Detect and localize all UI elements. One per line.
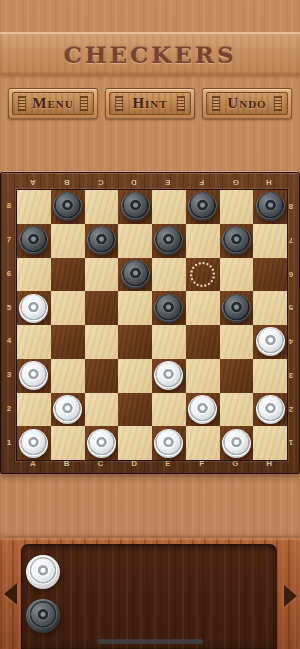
square-e7[interactable] — [152, 224, 186, 258]
square-f6[interactable] — [186, 258, 220, 292]
square-a4[interactable] — [17, 325, 51, 359]
square-a6[interactable] — [17, 258, 51, 292]
title-band: CHECKERS — [0, 33, 300, 75]
square-f2[interactable] — [186, 393, 220, 427]
tray-right-arrow-icon[interactable] — [284, 585, 297, 607]
file-label: G — [219, 175, 253, 189]
square-c6[interactable] — [85, 258, 119, 292]
rank-label: 4 — [3, 324, 15, 358]
undo-button-label: Undo — [227, 95, 266, 112]
square-a8[interactable] — [17, 190, 51, 224]
square-c8[interactable] — [85, 190, 119, 224]
rank-label: 8 — [3, 189, 15, 223]
dark-checker-f8[interactable] — [188, 192, 217, 221]
square-b8[interactable] — [51, 190, 85, 224]
square-c2[interactable] — [85, 393, 119, 427]
file-label: A — [16, 175, 50, 189]
rank-label: 6 — [3, 257, 15, 291]
square-a3[interactable] — [17, 359, 51, 393]
square-d8[interactable] — [118, 190, 152, 224]
file-label: B — [50, 175, 84, 189]
square-h5[interactable] — [253, 291, 287, 325]
app-title: CHECKERS — [63, 41, 236, 68]
square-b5[interactable] — [51, 291, 85, 325]
rank-label: 2 — [3, 392, 15, 426]
dark-checker-g5[interactable] — [222, 294, 251, 323]
home-indicator[interactable] — [97, 639, 203, 644]
menu-button-face: Menu — [12, 92, 94, 115]
square-d4[interactable] — [118, 325, 152, 359]
captured-pieces-tray — [0, 538, 300, 649]
rank-label: 7 — [3, 223, 15, 257]
dark-checker-g7[interactable] — [222, 226, 251, 255]
menu-button-label: Menu — [32, 95, 73, 112]
white-checker-g1[interactable] — [222, 429, 251, 458]
file-label: F — [185, 175, 219, 189]
square-f7[interactable] — [186, 224, 220, 258]
white-checker-h2[interactable] — [256, 395, 285, 424]
move-hint-circle[interactable] — [190, 262, 215, 287]
square-b4[interactable] — [51, 325, 85, 359]
square-f3[interactable] — [186, 359, 220, 393]
white-checker-h4[interactable] — [256, 327, 285, 356]
captured-dark-checker — [26, 599, 60, 633]
square-d3[interactable] — [118, 359, 152, 393]
white-checker-a5[interactable] — [19, 294, 48, 323]
square-c3[interactable] — [85, 359, 119, 393]
square-e4[interactable] — [152, 325, 186, 359]
captured-pieces-panel — [21, 544, 277, 649]
dark-checker-d8[interactable] — [121, 192, 150, 221]
checkers-app-screen: CHECKERS Menu Hint Undo ABCDEFGH ABCDEFG… — [0, 0, 300, 649]
square-a7[interactable] — [17, 224, 51, 258]
white-checker-c1[interactable] — [87, 429, 116, 458]
dark-checker-h8[interactable] — [256, 192, 285, 221]
dark-checker-c7[interactable] — [87, 226, 116, 255]
square-b6[interactable] — [51, 258, 85, 292]
undo-button[interactable]: Undo — [202, 88, 292, 119]
white-checker-b2[interactable] — [53, 395, 82, 424]
square-c4[interactable] — [85, 325, 119, 359]
captured-white-checker — [26, 555, 60, 589]
rank-label: 1 — [3, 425, 15, 459]
square-d5[interactable] — [118, 291, 152, 325]
square-g4[interactable] — [220, 325, 254, 359]
square-f1[interactable] — [186, 426, 220, 460]
board-squares — [16, 189, 288, 461]
hint-button-label: Hint — [132, 95, 167, 112]
square-c5[interactable] — [85, 291, 119, 325]
square-h7[interactable] — [253, 224, 287, 258]
file-label: H — [252, 175, 286, 189]
square-f8[interactable] — [186, 190, 220, 224]
dark-checker-d6[interactable] — [121, 260, 150, 289]
square-g1[interactable] — [220, 426, 254, 460]
square-h8[interactable] — [253, 190, 287, 224]
file-labels-top: ABCDEFGH — [16, 175, 286, 189]
white-checker-e1[interactable] — [154, 429, 183, 458]
file-label: E — [151, 175, 185, 189]
file-label: D — [117, 175, 151, 189]
square-e8[interactable] — [152, 190, 186, 224]
hint-button[interactable]: Hint — [105, 88, 195, 119]
square-a2[interactable] — [17, 393, 51, 427]
square-a1[interactable] — [17, 426, 51, 460]
square-g5[interactable] — [220, 291, 254, 325]
square-e6[interactable] — [152, 258, 186, 292]
square-g6[interactable] — [220, 258, 254, 292]
square-g8[interactable] — [220, 190, 254, 224]
square-d2[interactable] — [118, 393, 152, 427]
square-c7[interactable] — [85, 224, 119, 258]
square-e5[interactable] — [152, 291, 186, 325]
square-h3[interactable] — [253, 359, 287, 393]
square-g7[interactable] — [220, 224, 254, 258]
square-h6[interactable] — [253, 258, 287, 292]
rank-label: 5 — [3, 290, 15, 324]
dark-checker-b8[interactable] — [53, 192, 82, 221]
tray-left-arrow-icon[interactable] — [4, 583, 17, 605]
white-checker-a1[interactable] — [19, 429, 48, 458]
dark-checker-e7[interactable] — [154, 226, 183, 255]
square-b3[interactable] — [51, 359, 85, 393]
square-b1[interactable] — [51, 426, 85, 460]
square-h4[interactable] — [253, 325, 287, 359]
square-g2[interactable] — [220, 393, 254, 427]
square-g3[interactable] — [220, 359, 254, 393]
square-e3[interactable] — [152, 359, 186, 393]
square-f5[interactable] — [186, 291, 220, 325]
square-b2[interactable] — [51, 393, 85, 427]
rank-labels-left: 87654321 — [3, 189, 15, 459]
toolbar: Menu Hint Undo — [8, 88, 292, 119]
square-d1[interactable] — [118, 426, 152, 460]
square-d6[interactable] — [118, 258, 152, 292]
checkers-board: ABCDEFGH ABCDEFGH 87654321 87654321 — [0, 172, 300, 474]
file-label: C — [84, 175, 118, 189]
square-h1[interactable] — [253, 426, 287, 460]
square-d7[interactable] — [118, 224, 152, 258]
square-a5[interactable] — [17, 291, 51, 325]
dark-checker-a7[interactable] — [19, 226, 48, 255]
white-checker-f2[interactable] — [188, 395, 217, 424]
square-b7[interactable] — [51, 224, 85, 258]
square-e1[interactable] — [152, 426, 186, 460]
square-e2[interactable] — [152, 393, 186, 427]
square-h2[interactable] — [253, 393, 287, 427]
undo-button-face: Undo — [206, 92, 288, 115]
white-checker-e3[interactable] — [154, 361, 183, 390]
dark-checker-e5[interactable] — [154, 294, 183, 323]
square-c1[interactable] — [85, 426, 119, 460]
hint-button-face: Hint — [109, 92, 191, 115]
menu-button[interactable]: Menu — [8, 88, 98, 119]
rank-label: 3 — [3, 358, 15, 392]
white-checker-a3[interactable] — [19, 361, 48, 390]
square-f4[interactable] — [186, 325, 220, 359]
